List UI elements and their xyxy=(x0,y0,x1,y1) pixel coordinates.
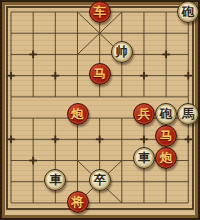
board-cell[interactable] xyxy=(155,169,177,191)
board-cell[interactable] xyxy=(0,41,22,63)
board-cell[interactable] xyxy=(44,41,66,63)
piece-glyph: 炮 xyxy=(71,104,84,124)
board-cell[interactable]: 炮 xyxy=(66,103,88,125)
board-cell[interactable] xyxy=(133,85,155,103)
board-cell[interactable] xyxy=(133,191,155,213)
board-cell[interactable] xyxy=(22,63,44,85)
board-cell[interactable] xyxy=(111,1,133,23)
board-cell[interactable] xyxy=(133,169,155,191)
board-cell[interactable]: 兵 xyxy=(133,103,155,125)
board-cell[interactable]: 车 xyxy=(89,1,111,23)
board-cell[interactable]: 馬 xyxy=(177,103,199,125)
board-cell[interactable] xyxy=(89,191,111,213)
board-cell[interactable] xyxy=(22,103,44,125)
board-cell[interactable] xyxy=(111,191,133,213)
white-cannon[interactable]: 砲 xyxy=(155,103,177,125)
white-horse[interactable]: 馬 xyxy=(177,103,199,125)
board-cell[interactable] xyxy=(177,23,199,41)
board-cell[interactable] xyxy=(155,41,177,63)
piece-glyph: 兵 xyxy=(138,104,151,124)
board-cell[interactable] xyxy=(111,23,133,41)
board-cell[interactable] xyxy=(89,147,111,169)
white-soldier[interactable]: 卒 xyxy=(89,169,111,191)
white-cannon[interactable]: 砲 xyxy=(177,1,199,23)
board-cell[interactable] xyxy=(111,147,133,169)
board-cell[interactable] xyxy=(177,191,199,213)
white-chariot[interactable]: 車 xyxy=(44,169,66,191)
board-cell[interactable] xyxy=(44,85,66,103)
board-cell[interactable] xyxy=(66,41,88,63)
board-cell[interactable] xyxy=(155,85,177,103)
red-general[interactable]: 将 xyxy=(67,191,89,213)
board-cell[interactable] xyxy=(89,125,111,147)
board-cell[interactable] xyxy=(44,125,66,147)
board-cell[interactable] xyxy=(44,103,66,125)
piece-glyph: 車 xyxy=(49,170,62,190)
board-cell[interactable]: 卒 xyxy=(89,169,111,191)
board-cell[interactable] xyxy=(44,63,66,85)
board-cell[interactable]: 砲 xyxy=(177,1,199,23)
board-cell[interactable] xyxy=(177,63,199,85)
board-cell[interactable] xyxy=(66,63,88,85)
board-cell[interactable] xyxy=(22,23,44,41)
board-cell[interactable] xyxy=(44,147,66,169)
board-cell[interactable] xyxy=(155,63,177,85)
piece-glyph: 炮 xyxy=(160,148,173,168)
red-horse[interactable]: 马 xyxy=(155,125,177,147)
piece-glyph: 馬 xyxy=(182,104,195,124)
white-general[interactable]: 帅 xyxy=(111,41,133,63)
board-grid: 车砲帅马炮兵砲馬马車炮車卒将 xyxy=(0,1,199,213)
board-cell[interactable] xyxy=(111,85,133,103)
board-cell[interactable] xyxy=(155,191,177,213)
board-cell[interactable] xyxy=(155,23,177,41)
piece-glyph: 砲 xyxy=(182,2,195,22)
board-cell[interactable] xyxy=(0,125,22,147)
board-cell[interactable] xyxy=(133,1,155,23)
piece-glyph: 将 xyxy=(71,192,84,212)
piece-glyph: 车 xyxy=(93,2,106,22)
board-cell[interactable] xyxy=(177,125,199,147)
board-cell[interactable] xyxy=(22,147,44,169)
board-cell[interactable]: 将 xyxy=(66,191,88,213)
board-cell[interactable] xyxy=(0,1,22,23)
board-cell[interactable] xyxy=(177,147,199,169)
board-cell[interactable] xyxy=(133,23,155,41)
board-cell[interactable] xyxy=(0,103,22,125)
board-cell[interactable]: 马 xyxy=(89,63,111,85)
board-cell[interactable]: 車 xyxy=(44,169,66,191)
red-chariot[interactable]: 车 xyxy=(89,1,111,23)
board-cell[interactable] xyxy=(44,1,66,23)
board-cell[interactable]: 帅 xyxy=(111,41,133,63)
board-cell[interactable] xyxy=(111,103,133,125)
board-cell[interactable] xyxy=(0,63,22,85)
piece-glyph: 帅 xyxy=(116,42,129,62)
board-cell[interactable] xyxy=(22,169,44,191)
board-cell[interactable] xyxy=(0,85,22,103)
board-cell[interactable] xyxy=(89,103,111,125)
red-cannon[interactable]: 炮 xyxy=(155,147,177,169)
board-cell[interactable] xyxy=(111,125,133,147)
board-cell[interactable] xyxy=(22,1,44,23)
board-cell[interactable] xyxy=(0,23,22,41)
board-cell[interactable] xyxy=(66,85,88,103)
board-cell[interactable] xyxy=(133,41,155,63)
red-cannon[interactable]: 炮 xyxy=(67,103,89,125)
board-cell[interactable] xyxy=(22,125,44,147)
board-cell[interactable] xyxy=(44,191,66,213)
board-cell[interactable] xyxy=(66,1,88,23)
board-cell[interactable] xyxy=(22,85,44,103)
board-cell[interactable] xyxy=(177,41,199,63)
board-cell[interactable] xyxy=(0,169,22,191)
board-cell[interactable] xyxy=(66,23,88,41)
board-cell[interactable] xyxy=(133,63,155,85)
board-cell[interactable] xyxy=(133,125,155,147)
board-cell[interactable] xyxy=(66,169,88,191)
board-cell[interactable] xyxy=(89,85,111,103)
board-cell[interactable] xyxy=(89,41,111,63)
board-cell[interactable] xyxy=(89,23,111,41)
board-cell[interactable] xyxy=(66,147,88,169)
board-cell[interactable] xyxy=(0,191,22,213)
board-cell[interactable]: 马 xyxy=(155,125,177,147)
board-cell[interactable]: 車 xyxy=(133,147,155,169)
board-cell[interactable] xyxy=(177,169,199,191)
board-cell[interactable] xyxy=(66,125,88,147)
xiangqi-board: 车砲帅马炮兵砲馬马車炮車卒将 xyxy=(0,0,200,220)
red-horse[interactable]: 马 xyxy=(89,63,111,85)
board-cell[interactable] xyxy=(177,85,199,103)
board-cell[interactable] xyxy=(0,147,22,169)
board-cell[interactable] xyxy=(44,23,66,41)
board-cell[interactable] xyxy=(111,169,133,191)
board-cell[interactable] xyxy=(155,1,177,23)
white-chariot[interactable]: 車 xyxy=(133,147,155,169)
piece-glyph: 砲 xyxy=(160,104,173,124)
board-cell[interactable]: 砲 xyxy=(155,103,177,125)
board-cell[interactable]: 炮 xyxy=(155,147,177,169)
board-cell[interactable] xyxy=(22,191,44,213)
red-soldier[interactable]: 兵 xyxy=(133,103,155,125)
board-cell[interactable] xyxy=(111,63,133,85)
board-cell[interactable] xyxy=(22,41,44,63)
piece-glyph: 马 xyxy=(160,126,173,146)
piece-glyph: 马 xyxy=(93,64,106,84)
piece-glyph: 車 xyxy=(138,148,151,168)
piece-glyph: 卒 xyxy=(93,170,106,190)
